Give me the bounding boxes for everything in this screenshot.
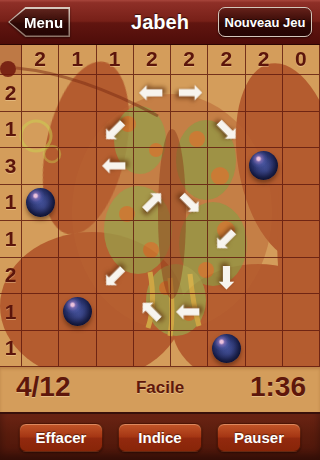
board-cell[interactable] xyxy=(59,148,96,185)
board-cell[interactable] xyxy=(59,331,96,368)
board-cell[interactable] xyxy=(97,331,134,368)
board-cell[interactable] xyxy=(246,258,283,295)
board-cell[interactable] xyxy=(283,294,320,331)
board-cell[interactable] xyxy=(246,185,283,222)
board-cell[interactable]: ⬆ xyxy=(171,75,208,112)
board-cell[interactable] xyxy=(246,75,283,112)
board-cell[interactable] xyxy=(22,221,59,258)
arrow-down-left-icon: ⬆ xyxy=(201,213,252,264)
col-count-label: 1 xyxy=(59,44,96,75)
board-cell[interactable] xyxy=(134,331,171,368)
new-game-button-label: Nouveau Jeu xyxy=(225,15,306,30)
board-cell[interactable] xyxy=(283,331,320,368)
board-cell[interactable]: ⬆ xyxy=(97,112,134,149)
board-cell[interactable] xyxy=(22,148,59,185)
col-count-label: 2 xyxy=(208,44,245,75)
row-count-label: 2 xyxy=(0,75,22,112)
col-count-label: 0 xyxy=(283,44,320,75)
arrow-left-icon: ⬆ xyxy=(134,75,170,111)
board-cell[interactable]: ⬆ xyxy=(171,185,208,222)
row-count-label: 1 xyxy=(0,294,22,331)
board-cell[interactable] xyxy=(59,75,96,112)
row-count-label: 2 xyxy=(0,258,22,295)
board-corner-cell xyxy=(0,44,22,75)
board-grid: 211222202⬆⬆1⬆⬆3⬆1⬆⬆1⬆2⬆⬆1⬆⬆1 xyxy=(0,44,320,367)
board-cell[interactable]: ⬆ xyxy=(97,258,134,295)
col-count-label: 1 xyxy=(97,44,134,75)
marble-piece xyxy=(249,151,278,180)
board-cell[interactable] xyxy=(22,112,59,149)
marble-piece xyxy=(26,188,55,217)
row-count-label: 1 xyxy=(0,221,22,258)
col-count-label: 2 xyxy=(246,44,283,75)
arrow-down-left-icon: ⬆ xyxy=(89,250,140,301)
status-bar: 4/12 Facile 1:36 xyxy=(0,367,320,412)
board-cell[interactable]: ⬆ xyxy=(208,112,245,149)
board-cell[interactable]: ⬆ xyxy=(97,148,134,185)
board-cell[interactable] xyxy=(208,331,245,368)
board-cell[interactable] xyxy=(22,75,59,112)
board-cell[interactable] xyxy=(246,112,283,149)
row-count-label: 1 xyxy=(0,331,22,368)
board-cell[interactable] xyxy=(59,185,96,222)
hint-button[interactable]: Indice xyxy=(118,423,202,452)
arrow-left-icon: ⬆ xyxy=(171,294,207,330)
board-cell[interactable] xyxy=(59,221,96,258)
board-cell[interactable] xyxy=(283,148,320,185)
row-count-label: 1 xyxy=(0,112,22,149)
board-cell[interactable]: ⬆ xyxy=(171,294,208,331)
board-cell[interactable] xyxy=(171,258,208,295)
board-cell[interactable] xyxy=(283,258,320,295)
board-cell[interactable] xyxy=(22,258,59,295)
menu-button-label: Menu xyxy=(10,9,69,36)
marble-piece xyxy=(63,297,92,326)
menu-button[interactable]: Menu xyxy=(8,7,70,37)
arrow-right-icon: ⬆ xyxy=(171,75,207,111)
app-screen: Jabeh Menu Nouveau Jeu xyxy=(0,0,320,460)
arrow-down-right-icon: ⬆ xyxy=(201,104,252,155)
board-cell[interactable] xyxy=(246,221,283,258)
board-cell[interactable] xyxy=(283,75,320,112)
col-count-label: 2 xyxy=(171,44,208,75)
arrow-down-icon: ⬆ xyxy=(208,258,244,294)
board-cell[interactable] xyxy=(246,331,283,368)
row-count-label: 1 xyxy=(0,185,22,222)
board-cell[interactable] xyxy=(59,294,96,331)
board-cell[interactable] xyxy=(22,331,59,368)
board-cell[interactable]: ⬆ xyxy=(208,221,245,258)
row-count-label: 3 xyxy=(0,148,22,185)
arrow-up-left-icon: ⬆ xyxy=(127,286,178,337)
board-cell[interactable] xyxy=(283,112,320,149)
top-nav-bar: Jabeh Menu Nouveau Jeu xyxy=(0,0,320,45)
board-cell[interactable]: ⬆ xyxy=(208,258,245,295)
board-cell[interactable] xyxy=(208,294,245,331)
board-cell[interactable] xyxy=(246,148,283,185)
clear-button[interactable]: Effacer xyxy=(19,423,103,452)
marble-piece xyxy=(212,334,241,363)
bottom-toolbar: Effacer Indice Pauser xyxy=(0,412,320,460)
board-cell[interactable]: ⬆ xyxy=(134,75,171,112)
col-count-label: 2 xyxy=(22,44,59,75)
board-cell[interactable] xyxy=(171,331,208,368)
board-cell[interactable] xyxy=(246,294,283,331)
arrow-down-right-icon: ⬆ xyxy=(164,177,215,228)
puzzle-board: 211222202⬆⬆1⬆⬆3⬆1⬆⬆1⬆2⬆⬆1⬆⬆1 xyxy=(0,44,320,367)
board-cell[interactable] xyxy=(134,112,171,149)
board-cell[interactable] xyxy=(283,185,320,222)
arrow-left-icon: ⬆ xyxy=(97,148,133,184)
new-game-button[interactable]: Nouveau Jeu xyxy=(218,7,312,37)
board-cell[interactable] xyxy=(22,294,59,331)
board-cell[interactable]: ⬆ xyxy=(134,294,171,331)
board-cell[interactable] xyxy=(208,148,245,185)
col-count-label: 2 xyxy=(134,44,171,75)
board-cell[interactable] xyxy=(283,221,320,258)
pause-button[interactable]: Pauser xyxy=(217,423,301,452)
board-cell[interactable] xyxy=(134,221,171,258)
board-cell[interactable] xyxy=(22,185,59,222)
timer: 1:36 xyxy=(250,371,306,403)
